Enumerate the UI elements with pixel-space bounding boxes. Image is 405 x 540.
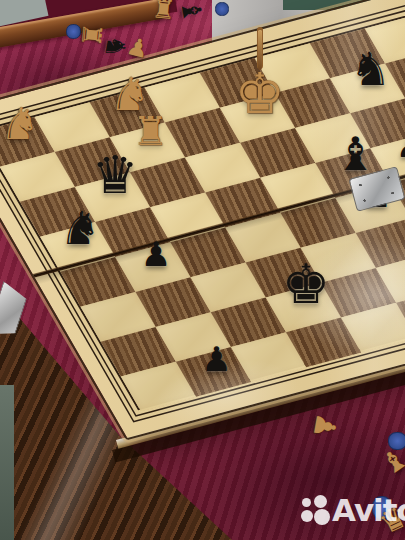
photo-stage: ♞♞♜♚♛♞♝♟♟♞♟♚♟ ♜♞♟♜♝♟♝♛ Avito bbox=[0, 0, 405, 540]
black-pawn-b1[interactable]: ♟ bbox=[182, 342, 250, 382]
black-pawn-g5[interactable]: ♟ bbox=[376, 128, 405, 168]
king-finial-stem bbox=[257, 30, 261, 70]
avito-watermark-text: Avito bbox=[332, 492, 405, 528]
tray-white-rook-upright[interactable]: ♜ bbox=[151, 0, 176, 23]
avito-logo-circle bbox=[314, 495, 327, 508]
black-queen-b6[interactable]: ♛ bbox=[80, 149, 148, 207]
black-king-d2[interactable]: ♚ bbox=[271, 257, 339, 317]
watermark: Avito bbox=[294, 492, 405, 538]
avito-logo-circle bbox=[314, 509, 330, 525]
tray-white-bishop-edge[interactable]: ♝ bbox=[376, 443, 405, 480]
black-knight-g7[interactable]: ♞ bbox=[336, 46, 404, 98]
tray-white-pawn-bottom[interactable]: ♟ bbox=[309, 411, 341, 441]
white-knight-a8[interactable]: ♞ bbox=[0, 102, 53, 152]
black-pawn-b4[interactable]: ♟ bbox=[121, 237, 189, 277]
tray-felt-base-2 bbox=[215, 2, 229, 16]
floor-sliver bbox=[0, 385, 14, 540]
tray-black-bishop-lying[interactable]: ♝ bbox=[177, 0, 207, 25]
avito-logo-circle bbox=[302, 498, 311, 507]
avito-logo-circle bbox=[301, 510, 313, 522]
white-king-e7[interactable]: ♚ bbox=[225, 66, 293, 128]
black-knight-a5[interactable]: ♞ bbox=[46, 205, 114, 257]
